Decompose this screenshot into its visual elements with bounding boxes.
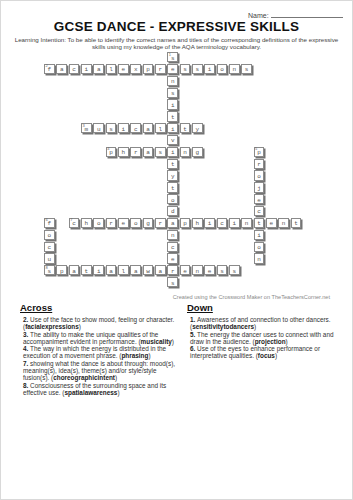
cell-letter: t — [255, 220, 264, 228]
grid-cell[interactable]: 5p — [254, 147, 265, 157]
across-clue: 8. Consciousness of the surrounding spac… — [23, 382, 182, 397]
grid-cell[interactable]: o — [217, 64, 228, 74]
cell-letter: y — [193, 126, 202, 134]
grid-cell[interactable]: n — [241, 218, 252, 228]
grid-cell[interactable]: s — [241, 64, 252, 74]
cell-letter: s — [168, 280, 177, 288]
cell-letter: y — [168, 173, 177, 181]
across-clue: 2. Use of the face to show mood, feeling… — [23, 316, 182, 331]
cell-letter: l — [119, 268, 128, 276]
grid-cell[interactable]: s — [167, 88, 178, 98]
cell-letter: r — [131, 149, 140, 157]
name-blank-line[interactable] — [271, 9, 343, 18]
grid-cell[interactable]: h — [81, 218, 92, 228]
grid-cell[interactable]: h — [192, 218, 203, 228]
grid-cell[interactable]: n — [278, 218, 289, 228]
cell-letter: i — [94, 268, 103, 276]
credit-line: Created using the Crossword Maker on The… — [0, 294, 330, 300]
cell-letter: a — [168, 220, 177, 228]
grid-cell[interactable]: 1s — [167, 52, 178, 62]
grid-cell[interactable]: a — [167, 218, 178, 228]
grid-cell[interactable]: n — [167, 76, 178, 86]
cell-letter: e — [119, 66, 128, 74]
cell-letter: t — [181, 126, 190, 134]
cell-letter: n — [242, 220, 251, 228]
grid-cell[interactable]: s — [106, 123, 117, 133]
grid-cell[interactable]: e — [254, 194, 265, 204]
cell-letter: x — [131, 66, 140, 74]
cell-letter: s — [45, 268, 54, 276]
cell-letter: e — [119, 220, 128, 228]
grid-cell[interactable]: 6f — [44, 218, 55, 228]
cell-letter: a — [107, 268, 116, 276]
grid-cell[interactable]: t — [167, 159, 178, 169]
worksheet-page: Name: GCSE DANCE - EXPRESSIVE SKILLS Lea… — [0, 0, 353, 500]
cell-letter: n — [181, 149, 190, 157]
cell-letter: u — [45, 256, 54, 264]
cell-letter: i — [168, 149, 177, 157]
cell-letter: e — [255, 197, 264, 205]
grid-cell[interactable]: o — [130, 218, 141, 228]
grid-cell[interactable]: a — [143, 147, 154, 157]
grid-cell[interactable]: y — [192, 123, 203, 133]
grid-cell[interactable]: x — [130, 64, 141, 74]
across-clue: 7. showing what the dance is about throu… — [23, 360, 182, 382]
grid-cell[interactable]: o — [167, 194, 178, 204]
cell-letter: a — [70, 268, 79, 276]
grid-cell[interactable]: j — [254, 182, 265, 192]
grid-cell[interactable]: p — [143, 64, 154, 74]
grid-cell[interactable]: l — [155, 123, 166, 133]
cell-letter: g — [144, 220, 153, 228]
grid-cell[interactable]: i — [229, 218, 240, 228]
cell-letter: m — [82, 126, 91, 134]
across-column: Across 2. Use of the face to show mood, … — [20, 302, 182, 396]
cell-letter: e — [267, 220, 276, 228]
cell-letter: v — [168, 137, 177, 145]
cell-letter: t — [168, 161, 177, 169]
grid-cell[interactable]: a — [143, 123, 154, 133]
cell-letter: s — [168, 55, 177, 63]
grid-cell[interactable]: s — [217, 265, 228, 275]
grid-cell[interactable]: c — [167, 242, 178, 252]
cell-letter: w — [144, 268, 153, 276]
cell-letter: e — [168, 256, 177, 264]
cell-letter: i — [255, 232, 264, 240]
grid-cell[interactable]: c — [217, 218, 228, 228]
cell-letter: c — [131, 126, 140, 134]
cell-letter: a — [131, 268, 140, 276]
grid-cell[interactable]: s — [229, 265, 240, 275]
cell-letter: o — [255, 244, 264, 252]
cell-letter: j — [255, 185, 264, 193]
grid-cell[interactable]: w — [143, 265, 154, 275]
cell-letter: s — [230, 268, 239, 276]
cell-letter: a — [94, 66, 103, 74]
cell-letter: i — [168, 126, 177, 134]
cell-letter: i — [119, 126, 128, 134]
cell-letter: d — [168, 208, 177, 216]
cell-letter: i — [230, 220, 239, 228]
grid-cell[interactable]: e — [266, 218, 277, 228]
cell-letter: e — [168, 66, 177, 74]
grid-cell[interactable]: u — [93, 123, 104, 133]
grid-cell[interactable]: n — [254, 253, 265, 263]
cell-letter: s — [242, 66, 251, 74]
grid-cell[interactable]: i — [93, 265, 104, 275]
cell-letter: f — [45, 220, 54, 228]
cell-letter: e — [205, 268, 214, 276]
cell-letter: o — [45, 232, 54, 240]
grid-cell[interactable]: r — [155, 64, 166, 74]
grid-cell[interactable]: i — [81, 64, 92, 74]
grid-cell[interactable]: p — [180, 218, 191, 228]
grid-cell[interactable]: o — [93, 218, 104, 228]
grid-cell[interactable]: h — [118, 147, 129, 157]
page-title: GCSE DANCE - EXPRESSIVE SKILLS — [0, 19, 353, 34]
cell-letter: n — [168, 232, 177, 240]
learning-intention: Learning Intention: To be able to identi… — [12, 36, 341, 51]
cell-letter: n — [230, 66, 239, 74]
grid-cell[interactable]: o — [44, 230, 55, 240]
cell-letter: r — [156, 220, 165, 228]
grid-cell[interactable]: n — [192, 265, 203, 275]
down-clue: 1. Awareness of and connection to other … — [190, 316, 347, 331]
grid-cell[interactable]: d — [167, 206, 178, 216]
down-heading: Down — [187, 302, 347, 313]
grid-cell[interactable]: l — [106, 64, 117, 74]
name-row: Name: — [248, 9, 343, 19]
grid-cell[interactable]: t — [291, 218, 302, 228]
cell-letter: r — [156, 66, 165, 74]
grid-cell[interactable]: e — [118, 64, 129, 74]
cell-letter: n — [193, 268, 202, 276]
cell-letter: i — [205, 220, 214, 228]
grid-cell[interactable]: e — [167, 64, 178, 74]
grid-cell[interactable]: c — [69, 64, 80, 74]
grid-cell[interactable]: v — [167, 135, 178, 145]
grid-cell[interactable]: o — [254, 170, 265, 180]
grid-cell[interactable]: 2f — [44, 64, 55, 74]
cell-letter: i — [205, 66, 214, 74]
grid-cell[interactable]: r — [130, 147, 141, 157]
cell-letter: c — [45, 244, 54, 252]
cell-letter: n — [168, 78, 177, 86]
grid-cell[interactable]: o — [254, 242, 265, 252]
cell-letter: i — [82, 66, 91, 74]
grid-cell[interactable]: p — [56, 265, 67, 275]
cell-letter: t — [292, 220, 301, 228]
cell-letter: c — [70, 220, 79, 228]
grid-cell[interactable]: e — [180, 265, 191, 275]
cell-letter: u — [94, 126, 103, 134]
cell-letter: c — [168, 244, 177, 252]
cell-letter: c — [255, 208, 264, 216]
grid-cell[interactable]: r — [254, 159, 265, 169]
grid-cell[interactable]: s — [180, 64, 191, 74]
cell-letter: n — [279, 220, 288, 228]
across-clues: 2. Use of the face to show mood, feeling… — [20, 316, 182, 396]
grid-cell[interactable]: t — [167, 182, 178, 192]
down-clue: 6. Use of the eyes to enhance performanc… — [190, 345, 347, 360]
cell-letter: t — [82, 268, 91, 276]
grid-cell[interactable]: c — [254, 206, 265, 216]
grid-cell[interactable]: e — [204, 265, 215, 275]
grid-cell[interactable]: c — [130, 123, 141, 133]
cell-letter: s — [107, 126, 116, 134]
grid-cell[interactable]: t — [254, 218, 265, 228]
clues-section: Across 2. Use of the face to show mood, … — [20, 302, 347, 396]
cell-letter: e — [181, 268, 190, 276]
grid-cell[interactable]: i — [254, 230, 265, 240]
cell-letter: p — [57, 268, 66, 276]
down-clue: 5. The energy the dancer uses to connect… — [190, 331, 347, 346]
cell-letter: t — [168, 114, 177, 122]
cell-letter: a — [144, 126, 153, 134]
grid-cell[interactable]: 4p — [106, 147, 117, 157]
cell-letter: f — [45, 66, 54, 74]
grid-cell[interactable]: a — [93, 64, 104, 74]
grid-cell[interactable]: a — [155, 265, 166, 275]
cell-letter: t — [168, 185, 177, 193]
cell-letter: p — [255, 149, 264, 157]
cell-letter: o — [255, 173, 264, 181]
cell-letter: l — [156, 126, 165, 134]
grid-cell[interactable]: t — [167, 111, 178, 121]
cell-letter: h — [82, 220, 91, 228]
grid-cell[interactable]: a — [56, 64, 67, 74]
grid-cell[interactable]: g — [143, 218, 154, 228]
cell-letter: p — [107, 149, 116, 157]
grid-cell[interactable]: i — [204, 64, 215, 74]
across-clue: 4. The way in which the energy is distri… — [23, 345, 182, 360]
grid-cell[interactable]: a — [130, 265, 141, 275]
grid-cell[interactable]: s — [167, 277, 178, 287]
cell-letter: s — [156, 149, 165, 157]
grid-cell[interactable]: i — [167, 99, 178, 109]
cell-letter: r — [107, 220, 116, 228]
grid-cell[interactable]: r — [106, 218, 117, 228]
cell-letter: h — [119, 149, 128, 157]
grid-cell[interactable]: i — [118, 123, 129, 133]
grid-cell[interactable]: a — [106, 265, 117, 275]
grid-cell[interactable]: e — [167, 253, 178, 263]
name-label: Name: — [248, 12, 269, 19]
cell-letter: s — [168, 90, 177, 98]
cell-letter: r — [255, 161, 264, 169]
grid-cell[interactable]: e — [118, 218, 129, 228]
cell-letter: g — [193, 149, 202, 157]
cell-letter: n — [255, 256, 264, 264]
cell-letter: a — [144, 149, 153, 157]
grid-cell[interactable]: n — [180, 147, 191, 157]
cell-letter: s — [218, 268, 227, 276]
cell-letter: p — [181, 220, 190, 228]
grid-cell[interactable]: n — [229, 64, 240, 74]
cell-letter: s — [181, 66, 190, 74]
grid-cell[interactable]: l — [118, 265, 129, 275]
grid-cell[interactable]: i — [167, 147, 178, 157]
cell-letter: c — [218, 220, 227, 228]
grid-cell[interactable]: a — [69, 265, 80, 275]
grid-cell[interactable]: u — [44, 253, 55, 263]
across-clue: 3. The ability to make the unique qualit… — [23, 331, 182, 346]
grid-cell[interactable]: t — [180, 123, 191, 133]
grid-cell[interactable]: i — [167, 123, 178, 133]
grid-cell[interactable]: r — [155, 218, 166, 228]
grid-cell[interactable]: 3m — [81, 123, 92, 133]
cell-letter: o — [168, 197, 177, 205]
grid-cell[interactable]: t — [81, 265, 92, 275]
cell-letter: r — [168, 268, 177, 276]
grid-cell[interactable]: i — [204, 218, 215, 228]
down-clues: 1. Awareness of and connection to other … — [187, 316, 347, 360]
cell-letter: s — [193, 66, 202, 74]
cell-letter: p — [144, 66, 153, 74]
grid-cell[interactable]: r — [167, 265, 178, 275]
cell-letter: a — [57, 66, 66, 74]
cell-letter: a — [156, 268, 165, 276]
cell-letter: o — [94, 220, 103, 228]
grid-cell[interactable]: s — [192, 64, 203, 74]
down-column: Down 1. Awareness of and connection to o… — [187, 302, 347, 396]
cell-letter: l — [107, 66, 116, 74]
grid-cell[interactable]: y — [167, 170, 178, 180]
grid-cell[interactable]: c — [44, 242, 55, 252]
grid-cell[interactable]: g — [192, 147, 203, 157]
grid-cell[interactable]: 8s — [44, 265, 55, 275]
cell-letter: o — [218, 66, 227, 74]
cell-letter: h — [193, 220, 202, 228]
grid-cell[interactable]: n — [167, 230, 178, 240]
cell-letter: c — [70, 66, 79, 74]
grid-cell[interactable]: 7c — [69, 218, 80, 228]
grid-cell[interactable]: s — [155, 147, 166, 157]
crossword-grid: 1s2facialexpressionsnsit3musicalityv4phr… — [44, 52, 303, 289]
across-heading: Across — [20, 302, 182, 313]
cell-letter: o — [131, 220, 140, 228]
cell-letter: i — [168, 102, 177, 110]
